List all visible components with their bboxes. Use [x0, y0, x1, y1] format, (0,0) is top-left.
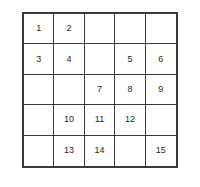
cell-number: 4 — [67, 55, 72, 64]
cell-number: 11 — [95, 115, 104, 124]
grid-cell: 7 — [85, 75, 115, 105]
grid-cell: 9 — [146, 75, 176, 105]
grid-cell: 11 — [85, 105, 115, 135]
cell-number: 12 — [125, 115, 135, 124]
cell-number: 9 — [158, 85, 163, 94]
grid-cell — [115, 14, 145, 44]
puzzle-grid: 123456789101112131415 — [22, 12, 178, 168]
cell-number: 14 — [94, 146, 104, 155]
grid-cell: 4 — [54, 44, 84, 74]
grid-cell — [85, 44, 115, 74]
grid-cell — [24, 105, 54, 135]
grid-cell: 1 — [24, 14, 54, 44]
cell-number: 3 — [36, 55, 41, 64]
grid-cell — [146, 14, 176, 44]
grid-cell: 14 — [85, 136, 115, 166]
grid-cell: 8 — [115, 75, 145, 105]
grid-cell: 13 — [54, 136, 84, 166]
cell-number: 6 — [158, 55, 163, 64]
cell-number: 7 — [97, 85, 102, 94]
cell-number: 13 — [64, 146, 74, 155]
grid-cell: 10 — [54, 105, 84, 135]
grid-cell: 12 — [115, 105, 145, 135]
cell-number: 1 — [36, 24, 41, 33]
grid-cell: 2 — [54, 14, 84, 44]
grid-cell — [24, 75, 54, 105]
grid-cell: 15 — [146, 136, 176, 166]
cell-number: 5 — [127, 55, 132, 64]
cell-number: 15 — [156, 146, 166, 155]
grid-cell — [54, 75, 84, 105]
page-canvas: 123456789101112131415 — [0, 0, 200, 187]
grid-cell — [115, 136, 145, 166]
grid-cell: 6 — [146, 44, 176, 74]
cell-number: 2 — [67, 24, 72, 33]
grid-cell: 3 — [24, 44, 54, 74]
cell-number: 8 — [127, 85, 132, 94]
cell-number: 10 — [64, 115, 74, 124]
grid-cell — [24, 136, 54, 166]
grid-cell: 5 — [115, 44, 145, 74]
grid-cell — [85, 14, 115, 44]
grid-cell — [146, 105, 176, 135]
